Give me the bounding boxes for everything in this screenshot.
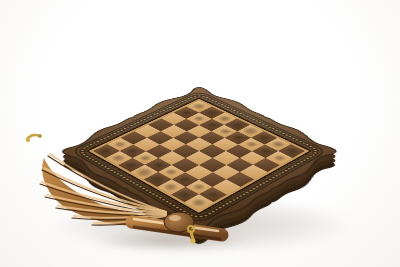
carved-wing-ornament bbox=[32, 140, 232, 245]
product-photo-scene: ♜♞♝♛♚♝♞♜♟♟♟♟♟♟♟♟♟♟♟♟♟♟♟♟♜♞♝♛♚♝♞♜ bbox=[0, 0, 400, 267]
brass-clasp-left bbox=[24, 129, 44, 147]
piece-glyph: ♟ bbox=[268, 134, 292, 160]
brass-latch-front bbox=[182, 224, 200, 246]
